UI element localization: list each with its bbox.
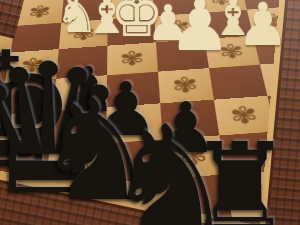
chess-photo-stage: ✾✾✾✾✾✾✾✾✾✾✾✾✾✾✾✾✾✾✾✾✾✾✾✾✾✾✾✾✾✾✾✾ ♞♝♚♟♟♝♟… [0, 0, 300, 225]
black-knight[interactable]: ♞ [104, 106, 237, 225]
white-pawn[interactable]: ♟ [237, 0, 289, 54]
